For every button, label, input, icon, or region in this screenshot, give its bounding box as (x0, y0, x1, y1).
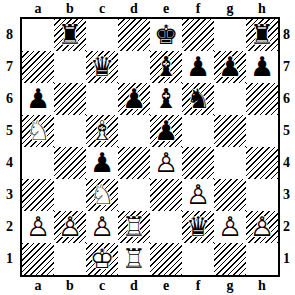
piece-glyph: ♟ (22, 83, 54, 115)
piece-glyph: ♝ (150, 83, 182, 115)
square-a5[interactable]: ♞♘ (22, 115, 54, 147)
piece-black-queen-c7: ♛ (86, 51, 118, 83)
square-e6[interactable]: ♝ (150, 83, 182, 115)
piece-glyph: ♜ (246, 19, 278, 51)
rank-label-left-3: 3 (0, 179, 19, 211)
square-c1[interactable]: ♚♔ (86, 243, 118, 275)
rank-label-left-5: 5 (0, 115, 19, 147)
square-h4[interactable] (246, 147, 278, 179)
file-label-bottom-f: f (182, 277, 214, 295)
square-h1[interactable] (246, 243, 278, 275)
chess-board: ♜♚♜♛♝♟♟♟♟♟♝♞♞♘♝♗♟♟♟♙♞♘♟♙♟♙♟♙♟♙♜♖♛♟♙♟♙♚♔♜… (20, 17, 280, 277)
rank-label-left-4: 4 (0, 147, 19, 179)
piece-black-pawn-h7: ♟ (246, 51, 278, 83)
file-label-bottom-c: c (86, 277, 118, 295)
piece-glyph: ♚ (150, 19, 182, 51)
file-label-top-e: e (150, 0, 182, 17)
square-g4[interactable] (214, 147, 246, 179)
piece-white-king-c1: ♚♔ (86, 243, 118, 275)
square-c5[interactable]: ♝♗ (86, 115, 118, 147)
square-h8[interactable]: ♜ (246, 19, 278, 51)
square-g2[interactable]: ♟♙ (214, 211, 246, 243)
square-c2[interactable]: ♟♙ (86, 211, 118, 243)
rank-label-left-6: 6 (0, 83, 19, 115)
file-label-bottom-e: e (150, 277, 182, 295)
piece-glyph: ♗ (86, 115, 118, 147)
piece-black-pawn-c4: ♟ (86, 147, 118, 179)
square-d5[interactable] (118, 115, 150, 147)
square-f2[interactable]: ♛ (182, 211, 214, 243)
piece-glyph: ♟ (86, 147, 118, 179)
piece-black-rook-h8: ♜ (246, 19, 278, 51)
square-f3[interactable]: ♟♙ (182, 179, 214, 211)
chess-diagram: abcdefgh 87654321 ♜♚♜♛♝♟♟♟♟♟♝♞♞♘♝♗♟♟♟♙♞♘… (0, 0, 295, 295)
rank-label-left-7: 7 (0, 51, 19, 83)
square-f4[interactable] (182, 147, 214, 179)
square-b8[interactable]: ♜ (54, 19, 86, 51)
file-labels-top: abcdefgh (22, 0, 278, 17)
piece-black-queen-f2: ♛ (182, 211, 214, 243)
piece-glyph: ♖ (118, 243, 150, 275)
rank-label-right-4: 4 (278, 147, 295, 179)
piece-glyph: ♛ (182, 211, 214, 243)
file-label-bottom-d: d (118, 277, 150, 295)
square-a4[interactable] (22, 147, 54, 179)
square-c4[interactable]: ♟ (86, 147, 118, 179)
square-d4[interactable] (118, 147, 150, 179)
piece-glyph: ♙ (246, 211, 278, 243)
piece-glyph: ♙ (86, 211, 118, 243)
file-label-top-h: h (246, 0, 278, 17)
square-a2[interactable]: ♟♙ (22, 211, 54, 243)
piece-black-pawn-a6: ♟ (22, 83, 54, 115)
square-d6[interactable]: ♟ (118, 83, 150, 115)
file-label-top-d: d (118, 0, 150, 17)
rank-label-right-2: 2 (278, 211, 295, 243)
rank-label-left-8: 8 (0, 19, 19, 51)
square-d3[interactable] (118, 179, 150, 211)
piece-black-pawn-f7: ♟ (182, 51, 214, 83)
piece-white-pawn-h2: ♟♙ (246, 211, 278, 243)
piece-glyph: ♘ (86, 179, 118, 211)
piece-black-rook-b8: ♜ (54, 19, 86, 51)
piece-white-pawn-c2: ♟♙ (86, 211, 118, 243)
square-e7[interactable]: ♝ (150, 51, 182, 83)
file-label-top-b: b (54, 0, 86, 17)
piece-black-pawn-g7: ♟ (214, 51, 246, 83)
square-f1[interactable] (182, 243, 214, 275)
piece-black-knight-f6: ♞ (182, 83, 214, 115)
square-b7[interactable] (54, 51, 86, 83)
square-e3[interactable] (150, 179, 182, 211)
piece-white-rook-d1: ♜♖ (118, 243, 150, 275)
piece-glyph: ♙ (182, 179, 214, 211)
rank-labels-right: 87654321 (278, 19, 295, 275)
square-a7[interactable] (22, 51, 54, 83)
square-c8[interactable] (86, 19, 118, 51)
square-g7[interactable]: ♟ (214, 51, 246, 83)
square-b3[interactable] (54, 179, 86, 211)
square-d2[interactable]: ♜♖ (118, 211, 150, 243)
square-c7[interactable]: ♛ (86, 51, 118, 83)
piece-glyph: ♟ (246, 51, 278, 83)
piece-glyph: ♙ (150, 147, 182, 179)
square-g8[interactable] (214, 19, 246, 51)
square-e1[interactable] (150, 243, 182, 275)
rank-label-right-6: 6 (278, 83, 295, 115)
piece-black-king-e8: ♚ (150, 19, 182, 51)
square-e8[interactable]: ♚ (150, 19, 182, 51)
file-label-top-c: c (86, 0, 118, 17)
square-h2[interactable]: ♟♙ (246, 211, 278, 243)
file-label-bottom-b: b (54, 277, 86, 295)
piece-glyph: ♟ (118, 83, 150, 115)
piece-white-pawn-b2: ♟♙ (54, 211, 86, 243)
rank-label-right-7: 7 (278, 51, 295, 83)
piece-white-knight-a5: ♞♘ (22, 115, 54, 147)
square-b5[interactable] (54, 115, 86, 147)
piece-glyph: ♞ (182, 83, 214, 115)
piece-glyph: ♝ (150, 51, 182, 83)
piece-glyph: ♜ (54, 19, 86, 51)
piece-black-pawn-d6: ♟ (118, 83, 150, 115)
piece-glyph: ♙ (22, 211, 54, 243)
rank-label-right-8: 8 (278, 19, 295, 51)
square-e5[interactable]: ♟ (150, 115, 182, 147)
piece-black-bishop-e6: ♝ (150, 83, 182, 115)
square-a8[interactable] (22, 19, 54, 51)
piece-glyph: ♟ (214, 51, 246, 83)
piece-white-pawn-g2: ♟♙ (214, 211, 246, 243)
square-h6[interactable] (246, 83, 278, 115)
piece-glyph: ♔ (86, 243, 118, 275)
piece-white-bishop-c5: ♝♗ (86, 115, 118, 147)
rank-labels-left: 87654321 (0, 19, 19, 275)
rank-label-right-3: 3 (278, 179, 295, 211)
square-g5[interactable] (214, 115, 246, 147)
piece-white-rook-d2: ♜♖ (118, 211, 150, 243)
square-b1[interactable] (54, 243, 86, 275)
square-f6[interactable]: ♞ (182, 83, 214, 115)
square-g1[interactable] (214, 243, 246, 275)
file-label-top-a: a (22, 0, 54, 17)
square-b6[interactable] (54, 83, 86, 115)
piece-glyph: ♘ (22, 115, 54, 147)
piece-glyph: ♙ (54, 211, 86, 243)
rank-label-left-1: 1 (0, 243, 19, 275)
square-e2[interactable] (150, 211, 182, 243)
square-h5[interactable] (246, 115, 278, 147)
piece-glyph: ♟ (182, 51, 214, 83)
square-d1[interactable]: ♜♖ (118, 243, 150, 275)
square-g6[interactable] (214, 83, 246, 115)
square-b2[interactable]: ♟♙ (54, 211, 86, 243)
file-label-top-g: g (214, 0, 246, 17)
square-f8[interactable] (182, 19, 214, 51)
file-label-top-f: f (182, 0, 214, 17)
square-f7[interactable]: ♟ (182, 51, 214, 83)
piece-white-pawn-f3: ♟♙ (182, 179, 214, 211)
file-label-bottom-g: g (214, 277, 246, 295)
square-d8[interactable] (118, 19, 150, 51)
file-labels-bottom: abcdefgh (22, 277, 278, 295)
square-c3[interactable]: ♞♘ (86, 179, 118, 211)
rank-label-right-5: 5 (278, 115, 295, 147)
piece-glyph: ♙ (214, 211, 246, 243)
rank-label-left-2: 2 (0, 211, 19, 243)
file-label-bottom-h: h (246, 277, 278, 295)
piece-glyph: ♟ (150, 115, 182, 147)
piece-white-pawn-e4: ♟♙ (150, 147, 182, 179)
piece-glyph: ♛ (86, 51, 118, 83)
piece-glyph: ♖ (118, 211, 150, 243)
square-h7[interactable]: ♟ (246, 51, 278, 83)
file-label-bottom-a: a (22, 277, 54, 295)
square-c6[interactable] (86, 83, 118, 115)
piece-white-knight-c3: ♞♘ (86, 179, 118, 211)
piece-black-pawn-e5: ♟ (150, 115, 182, 147)
square-a1[interactable] (22, 243, 54, 275)
square-g3[interactable] (214, 179, 246, 211)
square-a3[interactable] (22, 179, 54, 211)
rank-label-right-1: 1 (278, 243, 295, 275)
square-h3[interactable] (246, 179, 278, 211)
square-d7[interactable] (118, 51, 150, 83)
square-a6[interactable]: ♟ (22, 83, 54, 115)
square-e4[interactable]: ♟♙ (150, 147, 182, 179)
square-b4[interactable] (54, 147, 86, 179)
square-f5[interactable] (182, 115, 214, 147)
piece-black-bishop-e7: ♝ (150, 51, 182, 83)
piece-white-pawn-a2: ♟♙ (22, 211, 54, 243)
